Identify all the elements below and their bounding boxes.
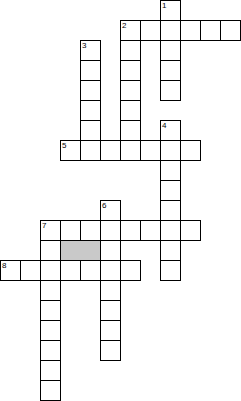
cell-r15c2[interactable] [40, 300, 61, 321]
cell-r1c10[interactable] [200, 20, 221, 41]
cell-r7c5[interactable] [100, 140, 121, 161]
cell-r17c2[interactable] [40, 340, 61, 361]
cell-r3c6[interactable] [120, 60, 141, 81]
cell-r11c8[interactable] [160, 220, 181, 241]
cell-r7c3[interactable] [60, 140, 81, 161]
cell-r2c8[interactable] [160, 40, 181, 61]
cell-r17c5[interactable] [100, 340, 121, 361]
cell-r15c5[interactable] [100, 300, 121, 321]
cell-r8c8[interactable] [160, 160, 181, 181]
cell-r7c6[interactable] [120, 140, 141, 161]
cell-r2c4[interactable] [80, 40, 101, 61]
cell-r13c0[interactable] [0, 260, 21, 281]
cell-r13c1[interactable] [20, 260, 41, 281]
cell-r13c6[interactable] [120, 260, 141, 281]
cell-r9c8[interactable] [160, 180, 181, 201]
cell-r13c3[interactable] [60, 260, 81, 281]
cell-r4c4[interactable] [80, 80, 101, 101]
cell-r1c7[interactable] [140, 20, 161, 41]
cell-r13c8[interactable] [160, 260, 181, 281]
cell-r5c6[interactable] [120, 100, 141, 121]
cell-r7c4[interactable] [80, 140, 101, 161]
cell-r11c9[interactable] [180, 220, 201, 241]
cell-r4c8[interactable] [160, 80, 181, 101]
shaded-cell-r12c3 [60, 240, 101, 261]
cell-r3c4[interactable] [80, 60, 101, 81]
cell-r16c2[interactable] [40, 320, 61, 341]
cell-r11c3[interactable] [60, 220, 81, 241]
cell-r14c5[interactable] [100, 280, 121, 301]
cell-r13c2[interactable] [40, 260, 61, 281]
cell-r6c8[interactable] [160, 120, 181, 141]
cell-r11c2[interactable] [40, 220, 61, 241]
cell-r7c8[interactable] [160, 140, 181, 161]
cell-r10c8[interactable] [160, 200, 181, 221]
cell-r1c6[interactable] [120, 20, 141, 41]
cell-r11c4[interactable] [80, 220, 101, 241]
cell-r13c5[interactable] [100, 260, 121, 281]
cell-r1c9[interactable] [180, 20, 201, 41]
cell-r1c11[interactable] [220, 20, 241, 41]
crossword-board: 12345678 [0, 0, 241, 401]
cell-r11c5[interactable] [100, 220, 121, 241]
cell-r11c7[interactable] [140, 220, 161, 241]
cell-r12c8[interactable] [160, 240, 181, 261]
cell-r7c7[interactable] [140, 140, 161, 161]
cell-r7c9[interactable] [180, 140, 201, 161]
cell-r16c5[interactable] [100, 320, 121, 341]
cell-r10c5[interactable] [100, 200, 121, 221]
cell-r6c4[interactable] [80, 120, 101, 141]
cell-r12c5[interactable] [100, 240, 121, 261]
cell-r19c2[interactable] [40, 380, 61, 401]
cell-r5c4[interactable] [80, 100, 101, 121]
cell-r11c6[interactable] [120, 220, 141, 241]
cell-r18c2[interactable] [40, 360, 61, 381]
cell-r2c6[interactable] [120, 40, 141, 61]
cell-r14c2[interactable] [40, 280, 61, 301]
cell-r3c8[interactable] [160, 60, 181, 81]
cell-r1c8[interactable] [160, 20, 181, 41]
cell-r12c2[interactable] [40, 240, 61, 261]
cell-r13c4[interactable] [80, 260, 101, 281]
cell-r4c6[interactable] [120, 80, 141, 101]
cell-r0c8[interactable] [160, 0, 181, 21]
cell-r6c6[interactable] [120, 120, 141, 141]
